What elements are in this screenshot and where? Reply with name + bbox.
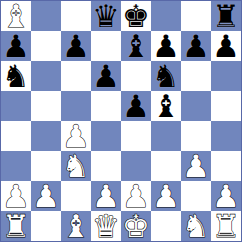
- piece-black-pawn[interactable]: ♟: [212, 31, 240, 61]
- square-h7[interactable]: ♟: [211, 31, 241, 61]
- piece-white-pawn[interactable]: ♟: [152, 181, 180, 211]
- piece-white-rook[interactable]: ♜: [2, 211, 30, 241]
- piece-white-pawn[interactable]: ♟: [92, 181, 120, 211]
- square-d8[interactable]: ♛: [91, 1, 121, 31]
- square-c7[interactable]: ♟: [61, 31, 91, 61]
- square-a3[interactable]: [1, 151, 31, 181]
- piece-white-bishop[interactable]: ♝: [2, 1, 30, 31]
- piece-white-pawn[interactable]: ♟: [182, 151, 210, 181]
- square-c4[interactable]: ♟: [61, 121, 91, 151]
- square-d7[interactable]: [91, 31, 121, 61]
- piece-black-pawn[interactable]: ♟: [62, 31, 90, 61]
- piece-black-pawn[interactable]: ♟: [122, 91, 150, 121]
- square-d2[interactable]: ♟: [91, 181, 121, 211]
- square-g2[interactable]: [181, 181, 211, 211]
- square-h3[interactable]: [211, 151, 241, 181]
- piece-white-pawn[interactable]: ♟: [62, 121, 90, 151]
- square-a5[interactable]: [1, 91, 31, 121]
- square-c8[interactable]: [61, 1, 91, 31]
- square-f3[interactable]: [151, 151, 181, 181]
- piece-black-king[interactable]: ♚: [122, 1, 150, 31]
- piece-white-queen[interactable]: ♛: [92, 211, 120, 241]
- square-c1[interactable]: ♝: [61, 211, 91, 241]
- piece-black-pawn[interactable]: ♟: [182, 31, 210, 61]
- square-e5[interactable]: ♟: [121, 91, 151, 121]
- square-g4[interactable]: [181, 121, 211, 151]
- square-b8[interactable]: [31, 1, 61, 31]
- square-g8[interactable]: [181, 1, 211, 31]
- square-b4[interactable]: [31, 121, 61, 151]
- square-e7[interactable]: ♝: [121, 31, 151, 61]
- square-b7[interactable]: [31, 31, 61, 61]
- square-d3[interactable]: [91, 151, 121, 181]
- square-h2[interactable]: ♟: [211, 181, 241, 211]
- piece-white-pawn[interactable]: ♟: [122, 181, 150, 211]
- square-c3[interactable]: ♞: [61, 151, 91, 181]
- square-e8[interactable]: ♚: [121, 1, 151, 31]
- square-b1[interactable]: [31, 211, 61, 241]
- piece-white-bishop[interactable]: ♝: [62, 211, 90, 241]
- square-g3[interactable]: ♟: [181, 151, 211, 181]
- square-c2[interactable]: [61, 181, 91, 211]
- square-e1[interactable]: ♚: [121, 211, 151, 241]
- square-a6[interactable]: ♞: [1, 61, 31, 91]
- square-d6[interactable]: ♟: [91, 61, 121, 91]
- square-c5[interactable]: [61, 91, 91, 121]
- square-g5[interactable]: [181, 91, 211, 121]
- piece-white-pawn[interactable]: ♟: [2, 181, 30, 211]
- square-f5[interactable]: ♝: [151, 91, 181, 121]
- square-b2[interactable]: ♟: [31, 181, 61, 211]
- piece-black-knight[interactable]: ♞: [2, 61, 30, 91]
- piece-black-rook[interactable]: ♜: [212, 1, 240, 31]
- piece-black-knight[interactable]: ♞: [152, 61, 180, 91]
- square-a4[interactable]: [1, 121, 31, 151]
- piece-black-queen[interactable]: ♛: [92, 1, 120, 31]
- piece-white-pawn[interactable]: ♟: [212, 181, 240, 211]
- square-h6[interactable]: [211, 61, 241, 91]
- chess-board: ♝♛♚♜♟♟♝♟♟♟♞♟♞♟♝♟♞♟♟♟♟♟♟♟♜♝♛♚♞♜: [0, 0, 242, 242]
- square-h1[interactable]: ♜: [211, 211, 241, 241]
- piece-black-pawn[interactable]: ♟: [92, 61, 120, 91]
- piece-black-bishop[interactable]: ♝: [152, 91, 180, 121]
- square-d4[interactable]: [91, 121, 121, 151]
- square-f7[interactable]: ♟: [151, 31, 181, 61]
- square-g1[interactable]: ♞: [181, 211, 211, 241]
- square-a7[interactable]: ♟: [1, 31, 31, 61]
- piece-white-knight[interactable]: ♞: [182, 211, 210, 241]
- square-e6[interactable]: [121, 61, 151, 91]
- square-h4[interactable]: [211, 121, 241, 151]
- square-g6[interactable]: [181, 61, 211, 91]
- piece-black-pawn[interactable]: ♟: [2, 31, 30, 61]
- piece-white-rook[interactable]: ♜: [212, 211, 240, 241]
- square-a2[interactable]: ♟: [1, 181, 31, 211]
- square-g7[interactable]: ♟: [181, 31, 211, 61]
- square-d1[interactable]: ♛: [91, 211, 121, 241]
- square-e4[interactable]: [121, 121, 151, 151]
- piece-black-pawn[interactable]: ♟: [152, 31, 180, 61]
- square-e3[interactable]: [121, 151, 151, 181]
- piece-white-knight[interactable]: ♞: [62, 151, 90, 181]
- square-f1[interactable]: [151, 211, 181, 241]
- square-h5[interactable]: [211, 91, 241, 121]
- square-f6[interactable]: ♞: [151, 61, 181, 91]
- piece-white-pawn[interactable]: ♟: [32, 181, 60, 211]
- square-c6[interactable]: [61, 61, 91, 91]
- piece-black-bishop[interactable]: ♝: [122, 31, 150, 61]
- square-e2[interactable]: ♟: [121, 181, 151, 211]
- square-d5[interactable]: [91, 91, 121, 121]
- square-a8[interactable]: ♝: [1, 1, 31, 31]
- square-b3[interactable]: [31, 151, 61, 181]
- square-f2[interactable]: ♟: [151, 181, 181, 211]
- square-f4[interactable]: [151, 121, 181, 151]
- square-f8[interactable]: [151, 1, 181, 31]
- piece-white-king[interactable]: ♚: [122, 211, 150, 241]
- square-b5[interactable]: [31, 91, 61, 121]
- square-h8[interactable]: ♜: [211, 1, 241, 31]
- square-a1[interactable]: ♜: [1, 211, 31, 241]
- square-b6[interactable]: [31, 61, 61, 91]
